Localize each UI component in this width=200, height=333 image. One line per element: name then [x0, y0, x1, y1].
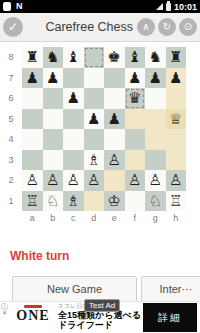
piece-bp-e5: ♟	[104, 109, 125, 130]
ad-detail-button[interactable]: 詳細	[143, 303, 197, 332]
square-f6[interactable]: ♛	[125, 88, 146, 109]
piece-bn-g8: ♞	[145, 47, 166, 68]
square-g3[interactable]	[145, 150, 166, 171]
square-e7[interactable]	[104, 68, 125, 89]
square-d1[interactable]	[84, 191, 105, 212]
square-b8[interactable]: ♞	[43, 47, 64, 68]
square-c2[interactable]: ♙	[63, 170, 84, 191]
square-e1[interactable]: ♔	[104, 191, 125, 212]
square-h7[interactable]: ♟	[166, 68, 187, 89]
square-f8[interactable]: ♝	[125, 47, 146, 68]
square-e6[interactable]	[104, 88, 125, 109]
ad-info-icon[interactable]: ⓘ	[1, 303, 8, 310]
square-d7[interactable]	[84, 68, 105, 89]
square-h2[interactable]: ♙	[166, 170, 187, 191]
notification-n-icon: N	[16, 2, 23, 11]
ad-close-icon[interactable]: ✕	[2, 310, 7, 317]
battery-icon	[166, 3, 171, 11]
status-bar: N 10:01	[0, 0, 200, 13]
square-f2[interactable]: ♙	[125, 170, 146, 191]
file-label-b: b	[43, 211, 64, 225]
piece-bq-f6: ♛	[125, 88, 146, 109]
square-d5[interactable]: ♟	[84, 109, 105, 130]
square-a1[interactable]: ♖	[22, 191, 43, 212]
rotate-icon: ↻	[163, 18, 171, 36]
square-h6[interactable]	[166, 88, 187, 109]
chevron-up-icon: ∧	[142, 18, 149, 36]
turn-indicator: White turn	[10, 249, 69, 263]
rank-label-6: 6	[0, 88, 22, 109]
square-c5[interactable]	[63, 109, 84, 130]
piece-wn-b1: ♘	[43, 191, 64, 212]
ad-subline: ドライフード	[58, 320, 144, 330]
piece-bp-a7: ♟	[22, 68, 43, 89]
square-g8[interactable]: ♞	[145, 47, 166, 68]
piece-wk-e1: ♔	[104, 191, 125, 212]
undo-button[interactable]: ↻	[158, 18, 176, 36]
square-c4[interactable]	[63, 129, 84, 150]
file-label-e: e	[104, 211, 125, 225]
square-h8[interactable]: ♜	[166, 47, 187, 68]
status-time: 10:01	[174, 2, 197, 12]
piece-wb-d3: ♗	[84, 150, 105, 171]
square-h4[interactable]	[166, 129, 187, 150]
piece-bb-f8: ♝	[125, 47, 146, 68]
piece-bk-e8: ♚	[104, 47, 125, 68]
confirm-move-button[interactable]: ✓	[3, 17, 23, 37]
piece-bb-c8: ♝	[63, 47, 84, 68]
square-a4[interactable]	[22, 129, 43, 150]
piece-br-h8: ♜	[166, 47, 187, 68]
square-g6[interactable]	[145, 88, 166, 109]
square-b6[interactable]	[43, 88, 64, 109]
rank-label-8: 8	[0, 47, 22, 68]
ad-brand-logo: ONE	[11, 305, 55, 323]
test-ad-badge: Test Ad	[84, 299, 120, 312]
square-b5[interactable]	[43, 109, 64, 130]
square-e3[interactable]: ♙	[104, 150, 125, 171]
piece-wp-c2: ♙	[63, 170, 84, 191]
rank-label-5: 5	[0, 109, 22, 130]
square-a2[interactable]: ♙	[22, 170, 43, 191]
file-label-c: c	[63, 211, 84, 225]
piece-wp-a2: ♙	[22, 170, 43, 191]
piece-wr-h1: ♖	[166, 191, 187, 212]
piece-wp-d2: ♙	[84, 170, 105, 191]
piece-bp-g7: ♟	[145, 68, 166, 89]
square-b2[interactable]: ♙	[43, 170, 64, 191]
rank-label-7: 7	[0, 68, 22, 89]
signal-icon	[156, 3, 163, 10]
piece-br-a8: ♜	[22, 47, 43, 68]
square-a5[interactable]	[22, 109, 43, 130]
piece-wp-g2: ♙	[145, 170, 166, 191]
square-a6[interactable]	[22, 88, 43, 109]
square-e4[interactable]	[104, 129, 125, 150]
square-g4[interactable]	[145, 129, 166, 150]
square-f4[interactable]	[125, 129, 146, 150]
piece-wp-b2: ♙	[43, 170, 64, 191]
square-f1[interactable]	[125, 191, 146, 212]
rank-label-4: 4	[0, 129, 22, 150]
square-d6[interactable]	[84, 88, 105, 109]
piece-bn-b8: ♞	[43, 47, 64, 68]
square-g5[interactable]	[145, 109, 166, 130]
target-icon: ⊙	[184, 18, 192, 36]
square-b1[interactable]: ♘	[43, 191, 64, 212]
square-d3[interactable]: ♗	[84, 150, 105, 171]
file-label-f: f	[125, 211, 146, 225]
international-button[interactable]: Inter⋯	[141, 276, 200, 302]
check-icon: ✓	[8, 18, 18, 36]
square-e2[interactable]	[104, 170, 125, 191]
square-g2[interactable]: ♙	[145, 170, 166, 191]
piece-wn-g1: ♘	[145, 191, 166, 212]
square-c6[interactable]: ♟	[63, 88, 84, 109]
square-d8[interactable]	[84, 47, 105, 68]
piece-wb-c1: ♗	[63, 191, 84, 212]
piece-bp-c6: ♟	[63, 88, 84, 109]
square-b4[interactable]	[43, 129, 64, 150]
piece-bp-h7: ♟	[166, 68, 187, 89]
square-f7[interactable]: ♟	[125, 68, 146, 89]
square-g1[interactable]: ♘	[145, 191, 166, 212]
piece-wp-h2: ♙	[166, 170, 187, 191]
piece-wr-a1: ♖	[22, 191, 43, 212]
square-h1[interactable]: ♖	[166, 191, 187, 212]
file-label-g: g	[145, 211, 166, 225]
square-c3[interactable]	[63, 150, 84, 171]
chess-board: 8♜♞♝♚♝♞♜7♟♟♟♟♟6♟♛5♟♟♕43♗♙2♙♙♙♙♙♙♙1♖♘♗♔♘♖…	[0, 47, 186, 225]
collapse-button[interactable]: ∧	[137, 18, 155, 36]
rank-label-1: 1	[0, 191, 22, 212]
square-a3[interactable]	[22, 150, 43, 171]
square-a8[interactable]: ♜	[22, 47, 43, 68]
piece-wp-e3: ♙	[104, 150, 125, 171]
square-d4[interactable]	[84, 129, 105, 150]
file-label-h: h	[166, 211, 187, 225]
square-g7[interactable]: ♟	[145, 68, 166, 89]
square-b7[interactable]: ♟	[43, 68, 64, 89]
rank-label-2: 2	[0, 170, 22, 191]
notification-app-icon	[3, 2, 11, 11]
square-e5[interactable]: ♟	[104, 109, 125, 130]
piece-bp-b7: ♟	[43, 68, 64, 89]
square-d2[interactable]: ♙	[84, 170, 105, 191]
piece-wp-f2: ♙	[125, 170, 146, 191]
square-c7[interactable]	[63, 68, 84, 89]
app-toolbar: ✓ Carefree Chess ∧ ↻ ⊙	[0, 13, 200, 42]
rank-label-3: 3	[0, 150, 22, 171]
square-h3[interactable]	[166, 150, 187, 171]
piece-bp-f7: ♟	[125, 68, 146, 89]
square-c1[interactable]: ♗	[63, 191, 84, 212]
square-a7[interactable]: ♟	[22, 68, 43, 89]
file-label-spacer	[0, 211, 22, 225]
file-label-a: a	[22, 211, 43, 225]
square-c8[interactable]: ♝	[63, 47, 84, 68]
file-label-d: d	[84, 211, 105, 225]
settings-button[interactable]: ⊙	[179, 18, 197, 36]
ad-brand-text: ONE	[11, 309, 55, 323]
piece-wq-h5: ♕	[166, 109, 187, 130]
square-f3[interactable]	[125, 150, 146, 171]
square-f5[interactable]	[125, 109, 146, 130]
square-h5[interactable]: ♕	[166, 109, 187, 130]
app-title: Carefree Chess	[45, 20, 137, 34]
piece-bp-d5: ♟	[84, 109, 105, 130]
app-screen: N 10:01 ✓ Carefree Chess ∧ ↻ ⊙ 8♜♞♝♚♝♞♜7…	[0, 0, 200, 333]
square-b3[interactable]	[43, 150, 64, 171]
square-e8[interactable]: ♚	[104, 47, 125, 68]
